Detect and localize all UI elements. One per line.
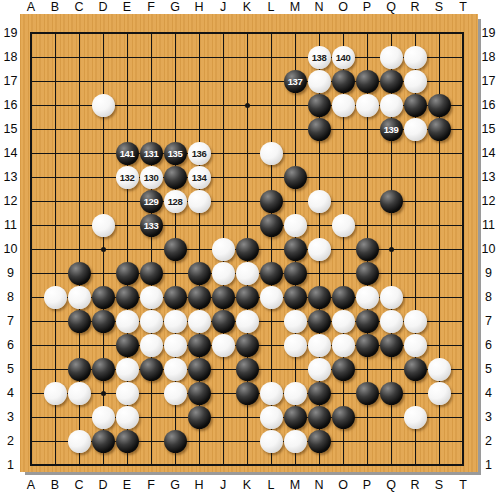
stone-white-R7[interactable] — [404, 310, 427, 333]
stone-white-N5[interactable] — [308, 358, 331, 381]
coord-top-H: H — [187, 0, 211, 14]
stone-black-M8[interactable] — [284, 286, 307, 309]
go-board-screenshot: AABBCCDDEEFFGGHHJJKKLLMMNNOOPPQQRRSSTT19… — [0, 0, 500, 500]
stone-black-L12[interactable] — [260, 190, 283, 213]
coord-right-17: 17 — [478, 74, 499, 88]
stone-black-E6[interactable] — [116, 334, 139, 357]
stone-black-K6[interactable] — [236, 334, 259, 357]
stone-white-H7[interactable] — [188, 310, 211, 333]
stone-white-K7[interactable] — [236, 310, 259, 333]
stone-black-R5[interactable] — [404, 358, 427, 381]
coord-left-2: 2 — [0, 434, 21, 448]
coord-bottom-E: E — [115, 478, 139, 492]
stone-black-O5[interactable] — [332, 358, 355, 381]
coord-left-9: 9 — [0, 266, 21, 280]
stone-black-H6[interactable] — [188, 334, 211, 357]
stone-black-K10[interactable] — [236, 238, 259, 261]
stone-white-K9[interactable] — [236, 262, 259, 285]
stone-black-E8[interactable] — [116, 286, 139, 309]
stone-white-L14[interactable] — [260, 142, 283, 165]
coord-right-14: 14 — [478, 146, 499, 160]
stone-white-M7[interactable] — [284, 310, 307, 333]
stone-black-P6[interactable] — [356, 334, 379, 357]
stone-white-G7[interactable] — [164, 310, 187, 333]
coord-left-1: 1 — [0, 458, 21, 472]
coord-top-N: N — [307, 0, 331, 14]
coord-left-12: 12 — [0, 194, 21, 208]
stone-black-G13[interactable] — [164, 166, 187, 189]
stone-white-N12[interactable] — [308, 190, 331, 213]
stone-white-E13[interactable]: 132 — [116, 166, 139, 189]
coord-right-16: 16 — [478, 98, 499, 112]
stone-white-M2[interactable] — [284, 430, 307, 453]
coord-left-11: 11 — [0, 218, 21, 232]
stone-white-Q8[interactable] — [380, 286, 403, 309]
stone-white-M4[interactable] — [284, 382, 307, 405]
coord-right-5: 5 — [478, 362, 499, 376]
star-point-K16 — [245, 103, 250, 108]
coord-bottom-M: M — [283, 478, 307, 492]
stone-black-F11[interactable]: 133 — [140, 214, 163, 237]
stone-black-D5[interactable] — [92, 358, 115, 381]
stone-white-C2[interactable] — [68, 430, 91, 453]
stone-black-Q12[interactable] — [380, 190, 403, 213]
star-point-D10 — [101, 247, 106, 252]
coord-bottom-G: G — [163, 478, 187, 492]
stone-white-H14[interactable]: 136 — [188, 142, 211, 165]
coord-top-L: L — [259, 0, 283, 14]
stone-white-R3[interactable] — [404, 406, 427, 429]
stone-black-D2[interactable] — [92, 430, 115, 453]
stone-black-L9[interactable] — [260, 262, 283, 285]
stone-black-E2[interactable] — [116, 430, 139, 453]
stone-black-R16[interactable] — [404, 94, 427, 117]
coord-left-8: 8 — [0, 290, 21, 304]
coord-bottom-N: N — [307, 478, 331, 492]
coord-left-18: 18 — [0, 50, 21, 64]
coord-left-7: 7 — [0, 314, 21, 328]
stone-white-L2[interactable] — [260, 430, 283, 453]
stone-black-N15[interactable] — [308, 118, 331, 141]
coord-right-2: 2 — [478, 434, 499, 448]
stone-black-F5[interactable] — [140, 358, 163, 381]
stone-white-R15[interactable] — [404, 118, 427, 141]
star-point-Q10 — [389, 247, 394, 252]
stone-black-Q4[interactable] — [380, 382, 403, 405]
stone-white-E7[interactable] — [116, 310, 139, 333]
stone-black-J7[interactable] — [212, 310, 235, 333]
coord-left-5: 5 — [0, 362, 21, 376]
coord-top-K: K — [235, 0, 259, 14]
stone-black-H4[interactable] — [188, 382, 211, 405]
stone-black-N8[interactable] — [308, 286, 331, 309]
stone-black-S15[interactable] — [428, 118, 451, 141]
stone-white-N6[interactable] — [308, 334, 331, 357]
coord-left-17: 17 — [0, 74, 21, 88]
stone-black-P4[interactable] — [356, 382, 379, 405]
coord-right-1: 1 — [478, 458, 499, 472]
stone-black-P9[interactable] — [356, 262, 379, 285]
stone-white-E4[interactable] — [116, 382, 139, 405]
stone-white-F13[interactable]: 130 — [140, 166, 163, 189]
stone-white-J9[interactable] — [212, 262, 235, 285]
stone-white-P8[interactable] — [356, 286, 379, 309]
coord-right-9: 9 — [478, 266, 499, 280]
coord-right-3: 3 — [478, 410, 499, 424]
stone-white-B4[interactable] — [44, 382, 67, 405]
coord-top-O: O — [331, 0, 355, 14]
stone-black-H5[interactable] — [188, 358, 211, 381]
stone-white-R17[interactable] — [404, 70, 427, 93]
stone-black-C7[interactable] — [68, 310, 91, 333]
stone-black-N7[interactable] — [308, 310, 331, 333]
stone-white-N18[interactable]: 138 — [308, 46, 331, 69]
coord-bottom-J: J — [211, 478, 235, 492]
stone-white-E5[interactable] — [116, 358, 139, 381]
coord-top-M: M — [283, 0, 307, 14]
coord-bottom-D: D — [91, 478, 115, 492]
stone-white-B8[interactable] — [44, 286, 67, 309]
stone-black-P17[interactable] — [356, 70, 379, 93]
stone-black-G14[interactable]: 135 — [164, 142, 187, 165]
coord-bottom-R: R — [403, 478, 427, 492]
coord-bottom-K: K — [235, 478, 259, 492]
stone-black-G8[interactable] — [164, 286, 187, 309]
coord-bottom-F: F — [139, 478, 163, 492]
coord-right-11: 11 — [478, 218, 499, 232]
stone-white-F6[interactable] — [140, 334, 163, 357]
stone-white-O18[interactable]: 140 — [332, 46, 355, 69]
stone-white-L4[interactable] — [260, 382, 283, 405]
stone-black-E14[interactable]: 141 — [116, 142, 139, 165]
coord-bottom-O: O — [331, 478, 355, 492]
coord-left-10: 10 — [0, 242, 21, 256]
stone-white-M6[interactable] — [284, 334, 307, 357]
coord-bottom-L: L — [259, 478, 283, 492]
stone-white-G5[interactable] — [164, 358, 187, 381]
stone-black-F12[interactable]: 129 — [140, 190, 163, 213]
stone-black-C5[interactable] — [68, 358, 91, 381]
stone-white-Q16[interactable] — [380, 94, 403, 117]
stone-white-F8[interactable] — [140, 286, 163, 309]
coord-top-R: R — [403, 0, 427, 14]
coord-right-7: 7 — [478, 314, 499, 328]
coord-bottom-S: S — [427, 478, 451, 492]
coord-bottom-C: C — [67, 478, 91, 492]
stone-white-N17[interactable] — [308, 70, 331, 93]
stone-white-S4[interactable] — [428, 382, 451, 405]
stone-black-J8[interactable] — [212, 286, 235, 309]
coord-left-19: 19 — [0, 26, 21, 40]
stone-white-L3[interactable] — [260, 406, 283, 429]
stone-black-S16[interactable] — [428, 94, 451, 117]
stone-white-D3[interactable] — [92, 406, 115, 429]
stone-black-M3[interactable] — [284, 406, 307, 429]
coord-bottom-A: A — [19, 478, 43, 492]
coord-bottom-T: T — [451, 478, 475, 492]
coord-bottom-H: H — [187, 478, 211, 492]
stone-black-O17[interactable] — [332, 70, 355, 93]
stone-white-L8[interactable] — [260, 286, 283, 309]
stone-white-O16[interactable] — [332, 94, 355, 117]
coord-left-13: 13 — [0, 170, 21, 184]
stone-black-Q17[interactable] — [380, 70, 403, 93]
coord-right-19: 19 — [478, 26, 499, 40]
stone-black-P10[interactable] — [356, 238, 379, 261]
stone-white-O11[interactable] — [332, 214, 355, 237]
coord-bottom-Q: Q — [379, 478, 403, 492]
stone-black-O3[interactable] — [332, 406, 355, 429]
stone-white-C8[interactable] — [68, 286, 91, 309]
coord-top-F: F — [139, 0, 163, 14]
coord-top-T: T — [451, 0, 475, 14]
stone-white-N10[interactable] — [308, 238, 331, 261]
stone-white-Q7[interactable] — [380, 310, 403, 333]
stone-black-K4[interactable] — [236, 382, 259, 405]
stone-white-J6[interactable] — [212, 334, 235, 357]
coord-right-15: 15 — [478, 122, 499, 136]
coord-right-12: 12 — [478, 194, 499, 208]
coord-bottom-P: P — [355, 478, 379, 492]
coord-left-15: 15 — [0, 122, 21, 136]
stone-black-D8[interactable] — [92, 286, 115, 309]
coord-top-C: C — [67, 0, 91, 14]
coord-right-8: 8 — [478, 290, 499, 304]
stone-white-O7[interactable] — [332, 310, 355, 333]
stone-black-Q6[interactable] — [380, 334, 403, 357]
stone-white-S5[interactable] — [428, 358, 451, 381]
stone-black-N4[interactable] — [308, 382, 331, 405]
coord-left-14: 14 — [0, 146, 21, 160]
coord-right-6: 6 — [478, 338, 499, 352]
stone-black-L11[interactable] — [260, 214, 283, 237]
coord-top-J: J — [211, 0, 235, 14]
coord-left-6: 6 — [0, 338, 21, 352]
stone-black-N16[interactable] — [308, 94, 331, 117]
coord-top-G: G — [163, 0, 187, 14]
stone-black-Q15[interactable]: 139 — [380, 118, 403, 141]
coord-right-10: 10 — [478, 242, 499, 256]
stone-white-M11[interactable] — [284, 214, 307, 237]
stone-white-H12[interactable] — [188, 190, 211, 213]
stone-black-F14[interactable]: 131 — [140, 142, 163, 165]
stone-black-K8[interactable] — [236, 286, 259, 309]
stone-white-R18[interactable] — [404, 46, 427, 69]
coord-left-16: 16 — [0, 98, 21, 112]
stone-white-F7[interactable] — [140, 310, 163, 333]
stone-white-H13[interactable]: 134 — [188, 166, 211, 189]
stone-white-J10[interactable] — [212, 238, 235, 261]
coord-top-A: A — [19, 0, 43, 14]
stone-white-G12[interactable]: 128 — [164, 190, 187, 213]
stone-white-O6[interactable] — [332, 334, 355, 357]
stone-black-E9[interactable] — [116, 262, 139, 285]
stone-white-P16[interactable] — [356, 94, 379, 117]
stone-black-M10[interactable] — [284, 238, 307, 261]
stone-black-F9[interactable] — [140, 262, 163, 285]
coord-right-18: 18 — [478, 50, 499, 64]
star-point-D4 — [101, 391, 106, 396]
stone-black-M9[interactable] — [284, 262, 307, 285]
stone-white-G6[interactable] — [164, 334, 187, 357]
stone-white-D11[interactable] — [92, 214, 115, 237]
stone-black-P7[interactable] — [356, 310, 379, 333]
stone-black-H3[interactable] — [188, 406, 211, 429]
stone-black-M17[interactable]: 137 — [284, 70, 307, 93]
stone-white-R6[interactable] — [404, 334, 427, 357]
stone-white-Q18[interactable] — [380, 46, 403, 69]
stone-black-M13[interactable] — [284, 166, 307, 189]
coord-top-B: B — [43, 0, 67, 14]
coord-bottom-B: B — [43, 478, 67, 492]
stone-black-O8[interactable] — [332, 286, 355, 309]
stone-white-E3[interactable] — [116, 406, 139, 429]
coord-top-S: S — [427, 0, 451, 14]
stone-white-G4[interactable] — [164, 382, 187, 405]
coord-top-P: P — [355, 0, 379, 14]
stone-white-C4[interactable] — [68, 382, 91, 405]
stone-black-H9[interactable] — [188, 262, 211, 285]
stone-black-H8[interactable] — [188, 286, 211, 309]
coord-left-3: 3 — [0, 410, 21, 424]
stone-black-N2[interactable] — [308, 430, 331, 453]
coord-right-13: 13 — [478, 170, 499, 184]
coord-left-4: 4 — [0, 386, 21, 400]
coord-right-4: 4 — [478, 386, 499, 400]
stone-black-G10[interactable] — [164, 238, 187, 261]
stone-black-G2[interactable] — [164, 430, 187, 453]
stone-black-C9[interactable] — [68, 262, 91, 285]
stone-black-D7[interactable] — [92, 310, 115, 333]
stone-black-K5[interactable] — [236, 358, 259, 381]
stone-black-N3[interactable] — [308, 406, 331, 429]
stone-white-D16[interactable] — [92, 94, 115, 117]
coord-top-E: E — [115, 0, 139, 14]
coord-top-D: D — [91, 0, 115, 14]
coord-top-Q: Q — [379, 0, 403, 14]
